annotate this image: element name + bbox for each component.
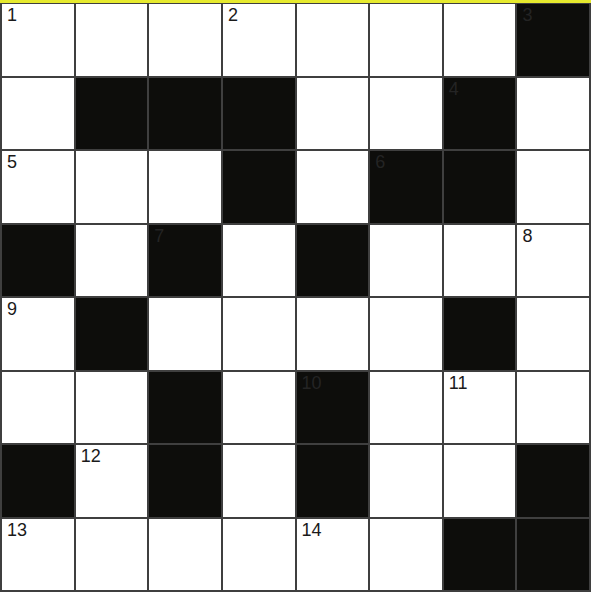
clue-number-7: 7 [154,227,164,247]
cell-r2c3 [149,78,221,150]
crossword-board: 1234567891011121314 [0,0,591,592]
cell-r5c1[interactable]: 9 [2,298,74,370]
cell-r4c6[interactable] [370,225,442,297]
cell-r5c7 [444,298,516,370]
cell-r8c7 [444,519,516,591]
clue-number-10: 10 [302,374,322,394]
cell-r2c6[interactable] [370,78,442,150]
cell-r2c1[interactable] [2,78,74,150]
cell-r5c8[interactable] [517,298,589,370]
cell-r1c5[interactable] [297,4,369,76]
cell-r5c5[interactable] [297,298,369,370]
cell-r1c6[interactable] [370,4,442,76]
cell-r8c6[interactable] [370,519,442,591]
cell-r7c3 [149,445,221,517]
cell-r1c7[interactable] [444,4,516,76]
cell-r4c8[interactable]: 8 [517,225,589,297]
cell-r3c7 [444,151,516,223]
clue-number-6: 6 [375,153,385,173]
cell-r1c4[interactable]: 2 [223,4,295,76]
cell-r4c3: 7 [149,225,221,297]
cell-r2c5[interactable] [297,78,369,150]
cell-r7c2[interactable]: 12 [76,445,148,517]
cell-r8c4[interactable] [223,519,295,591]
cell-r1c1[interactable]: 1 [2,4,74,76]
clue-number-12: 12 [81,447,101,467]
clue-number-11: 11 [449,374,468,394]
cell-r1c2[interactable] [76,4,148,76]
clue-number-14: 14 [302,521,322,541]
cell-r1c3[interactable] [149,4,221,76]
cell-r6c7[interactable]: 11 [444,372,516,444]
cell-r3c8[interactable] [517,151,589,223]
cell-r7c6[interactable] [370,445,442,517]
cell-r7c4[interactable] [223,445,295,517]
clue-number-1: 1 [7,6,17,26]
cell-r5c2 [76,298,148,370]
cell-r7c1 [2,445,74,517]
cell-r6c4[interactable] [223,372,295,444]
cell-r2c2 [76,78,148,150]
clue-number-5: 5 [7,153,17,173]
cell-r7c8 [517,445,589,517]
cell-r2c8[interactable] [517,78,589,150]
clue-number-8: 8 [522,227,532,247]
cell-r3c4 [223,151,295,223]
cell-r3c1[interactable]: 5 [2,151,74,223]
cell-r4c1 [2,225,74,297]
cell-r6c8[interactable] [517,372,589,444]
cell-r7c5 [297,445,369,517]
cell-r6c1[interactable] [2,372,74,444]
cell-r8c5[interactable]: 14 [297,519,369,591]
clue-number-9: 9 [7,300,17,320]
cell-r1c8: 3 [517,4,589,76]
cell-r4c2[interactable] [76,225,148,297]
cell-r5c6[interactable] [370,298,442,370]
cell-r8c3[interactable] [149,519,221,591]
cell-r2c7: 4 [444,78,516,150]
cell-r6c6[interactable] [370,372,442,444]
clue-number-13: 13 [7,521,27,541]
crossword-grid: 1234567891011121314 [0,3,591,592]
cell-r5c4[interactable] [223,298,295,370]
cell-r4c7[interactable] [444,225,516,297]
cell-r8c1[interactable]: 13 [2,519,74,591]
cell-r3c6: 6 [370,151,442,223]
cell-r6c3 [149,372,221,444]
cell-r8c8 [517,519,589,591]
cell-r5c3[interactable] [149,298,221,370]
cell-r7c7[interactable] [444,445,516,517]
cell-r6c5: 10 [297,372,369,444]
cell-r8c2[interactable] [76,519,148,591]
cell-r6c2[interactable] [76,372,148,444]
clue-number-2: 2 [228,6,238,26]
cell-r2c4 [223,78,295,150]
cell-r4c4[interactable] [223,225,295,297]
cell-r4c5 [297,225,369,297]
cell-r3c5[interactable] [297,151,369,223]
cell-r3c3[interactable] [149,151,221,223]
clue-number-4: 4 [449,80,459,100]
clue-number-3: 3 [522,6,532,26]
cell-r3c2[interactable] [76,151,148,223]
